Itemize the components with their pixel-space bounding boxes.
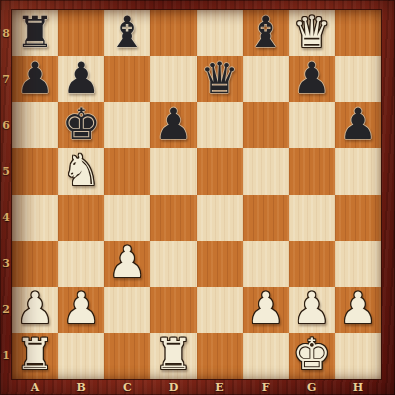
white-knight-piece[interactable]: ♞ (62, 149, 101, 192)
file-label-f: F (243, 380, 289, 395)
white-pawn-piece[interactable]: ♟ (293, 287, 332, 330)
square-b4[interactable] (58, 195, 104, 241)
square-e7[interactable]: ♛ (197, 56, 243, 102)
square-c5[interactable] (104, 148, 150, 194)
black-bishop-piece[interactable]: ♝ (108, 11, 147, 54)
white-rook-piece[interactable]: ♜ (16, 333, 55, 376)
square-b1[interactable] (58, 333, 104, 379)
square-f7[interactable] (243, 56, 289, 102)
file-label-h: H (335, 380, 381, 395)
file-label-a: A (12, 380, 58, 395)
rank-label-4: 4 (0, 195, 12, 241)
rank-label-7: 7 (0, 56, 12, 102)
square-b2[interactable]: ♟ (58, 287, 104, 333)
square-b6[interactable]: ♚ (58, 102, 104, 148)
square-h2[interactable]: ♟ (335, 287, 381, 333)
square-e5[interactable] (197, 148, 243, 194)
square-d8[interactable] (150, 10, 196, 56)
square-c8[interactable]: ♝ (104, 10, 150, 56)
rank-label-3: 3 (0, 241, 12, 287)
white-pawn-piece[interactable]: ♟ (108, 241, 147, 284)
square-e2[interactable] (197, 287, 243, 333)
square-c4[interactable] (104, 195, 150, 241)
square-d6[interactable]: ♟ (150, 102, 196, 148)
file-label-d: D (150, 380, 196, 395)
white-pawn-piece[interactable]: ♟ (16, 287, 55, 330)
square-a8[interactable]: ♜ (12, 10, 58, 56)
square-c1[interactable] (104, 333, 150, 379)
square-e1[interactable] (197, 333, 243, 379)
square-h3[interactable] (335, 241, 381, 287)
square-b7[interactable]: ♟ (58, 56, 104, 102)
rank-label-2: 2 (0, 287, 12, 333)
square-a4[interactable] (12, 195, 58, 241)
square-h5[interactable] (335, 148, 381, 194)
square-a6[interactable] (12, 102, 58, 148)
square-g8[interactable]: ♛ (289, 10, 335, 56)
square-b5[interactable]: ♞ (58, 148, 104, 194)
rank-label-5: 5 (0, 148, 12, 194)
square-f2[interactable]: ♟ (243, 287, 289, 333)
black-pawn-piece[interactable]: ♟ (16, 57, 55, 100)
rank-label-6: 6 (0, 102, 12, 148)
white-rook-piece[interactable]: ♜ (154, 333, 193, 376)
square-h1[interactable] (335, 333, 381, 379)
black-pawn-piece[interactable]: ♟ (62, 57, 101, 100)
square-g6[interactable] (289, 102, 335, 148)
file-label-e: E (197, 380, 243, 395)
square-g4[interactable] (289, 195, 335, 241)
square-e6[interactable] (197, 102, 243, 148)
square-c7[interactable] (104, 56, 150, 102)
square-d4[interactable] (150, 195, 196, 241)
square-c6[interactable] (104, 102, 150, 148)
black-pawn-piece[interactable]: ♟ (154, 103, 193, 146)
square-f6[interactable] (243, 102, 289, 148)
square-a3[interactable] (12, 241, 58, 287)
black-rook-piece[interactable]: ♜ (16, 11, 55, 54)
square-g7[interactable]: ♟ (289, 56, 335, 102)
square-a2[interactable]: ♟ (12, 287, 58, 333)
chess-board: ♜♝♝♛♟♟♛♟♚♟♟♞♟♟♟♟♟♟♜♜♚ (12, 10, 381, 379)
white-pawn-piece[interactable]: ♟ (62, 287, 101, 330)
rank-label-1: 1 (0, 333, 12, 379)
rank-label-8: 8 (0, 10, 12, 56)
file-label-c: C (104, 380, 150, 395)
white-king-piece[interactable]: ♚ (293, 333, 332, 376)
square-b8[interactable] (58, 10, 104, 56)
square-h8[interactable] (335, 10, 381, 56)
square-c3[interactable]: ♟ (104, 241, 150, 287)
square-d7[interactable] (150, 56, 196, 102)
square-h6[interactable]: ♟ (335, 102, 381, 148)
file-label-b: B (58, 380, 104, 395)
square-f4[interactable] (243, 195, 289, 241)
square-b3[interactable] (58, 241, 104, 287)
black-pawn-piece[interactable]: ♟ (293, 57, 332, 100)
square-d5[interactable] (150, 148, 196, 194)
black-queen-piece[interactable]: ♛ (200, 57, 239, 100)
black-king-piece[interactable]: ♚ (62, 103, 101, 146)
square-g1[interactable]: ♚ (289, 333, 335, 379)
white-pawn-piece[interactable]: ♟ (339, 287, 378, 330)
square-h4[interactable] (335, 195, 381, 241)
black-pawn-piece[interactable]: ♟ (339, 103, 378, 146)
square-g2[interactable]: ♟ (289, 287, 335, 333)
white-queen-piece[interactable]: ♛ (293, 11, 332, 54)
file-label-g: G (289, 380, 335, 395)
square-c2[interactable] (104, 287, 150, 333)
square-d3[interactable] (150, 241, 196, 287)
chess-board-frame: ♜♝♝♛♟♟♛♟♚♟♟♞♟♟♟♟♟♟♜♜♚ 87654321 ABCDEFGH (0, 0, 395, 395)
square-e8[interactable] (197, 10, 243, 56)
square-d2[interactable] (150, 287, 196, 333)
square-f5[interactable] (243, 148, 289, 194)
black-bishop-piece[interactable]: ♝ (246, 11, 285, 54)
square-a7[interactable]: ♟ (12, 56, 58, 102)
square-g5[interactable] (289, 148, 335, 194)
square-a5[interactable] (12, 148, 58, 194)
square-f3[interactable] (243, 241, 289, 287)
square-e3[interactable] (197, 241, 243, 287)
square-d1[interactable]: ♜ (150, 333, 196, 379)
square-f8[interactable]: ♝ (243, 10, 289, 56)
square-e4[interactable] (197, 195, 243, 241)
square-a1[interactable]: ♜ (12, 333, 58, 379)
square-g3[interactable] (289, 241, 335, 287)
white-pawn-piece[interactable]: ♟ (246, 287, 285, 330)
square-h7[interactable] (335, 56, 381, 102)
square-f1[interactable] (243, 333, 289, 379)
